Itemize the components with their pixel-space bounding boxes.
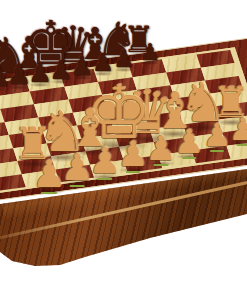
chess-piece-light-pawn[interactable]: ♟	[117, 137, 148, 172]
chess-piece-dark-pawn[interactable]: ♟	[49, 57, 72, 83]
chess-piece-light-pawn[interactable]: ♟	[229, 114, 247, 145]
chess-piece-dark-pawn[interactable]: ♟	[0, 63, 11, 91]
pawn-glyph: ♟	[229, 114, 247, 145]
pawn-glyph: ♟	[32, 155, 66, 193]
chess-set-photo: ♜♞♟♟♝♟♚♟♛♟♝♟♞♟♜♟♜♞♝♚♛♝♞♜♟♟♟♟♟♟♟♟	[0, 0, 247, 296]
pieces-layer: ♜♞♟♟♝♟♚♟♛♟♝♟♞♟♜♟♜♞♝♚♛♝♞♜♟♟♟♟♟♟♟♟	[0, 0, 247, 296]
pawn-glyph: ♟	[0, 63, 11, 91]
chess-piece-light-pawn[interactable]: ♟	[174, 125, 204, 158]
pawn-glyph: ♟	[146, 131, 176, 165]
chess-piece-dark-pawn[interactable]: ♟	[113, 47, 135, 71]
chess-piece-light-pawn[interactable]: ♟	[146, 131, 176, 165]
pawn-glyph: ♟	[174, 125, 204, 158]
pawn-glyph: ♟	[203, 119, 232, 151]
chess-piece-light-pawn[interactable]: ♟	[89, 143, 121, 179]
pawn-glyph: ♟	[89, 143, 121, 179]
pawn-glyph: ♟	[117, 137, 148, 172]
pawn-glyph: ♟	[49, 57, 72, 83]
chess-piece-dark-pawn[interactable]: ♟	[140, 41, 161, 64]
pawn-glyph: ♟	[113, 47, 135, 71]
chess-piece-light-pawn[interactable]: ♟	[32, 155, 66, 193]
pawn-glyph: ♟	[140, 41, 161, 64]
chess-piece-light-pawn[interactable]: ♟	[203, 119, 232, 151]
